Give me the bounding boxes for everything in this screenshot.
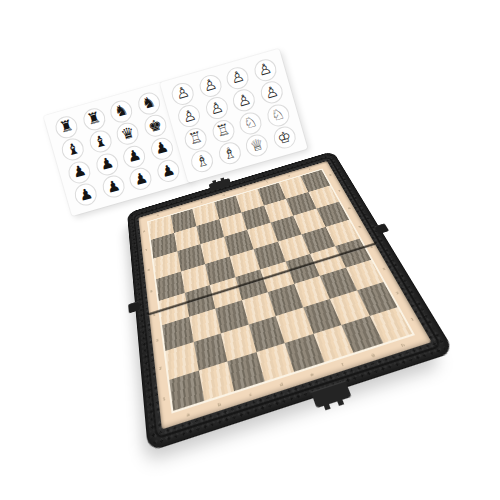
- black-knight-glyph: ♞: [113, 102, 130, 120]
- chessboard: abcdefgh abcdefgh 87654321 87654321: [127, 151, 455, 452]
- black-pawn-glyph: ♟: [132, 170, 149, 188]
- black-bishop-glyph: ♝: [92, 133, 109, 151]
- white-pawn-glyph: ♙: [174, 85, 191, 103]
- white-knight-glyph: ♘: [242, 114, 259, 132]
- white-bishop-glyph: ♗: [194, 152, 211, 170]
- white-queen-glyph: ♕: [249, 137, 266, 155]
- white-rook-glyph: ♖: [215, 122, 232, 140]
- white-rook-glyph: ♖: [187, 130, 204, 148]
- white-pawn-glyph: ♙: [208, 99, 225, 117]
- white-pawn-glyph: ♙: [229, 69, 246, 87]
- white-pieces-sticker-sheet: ♙♙♙♙♙♙♙♙♖♖♘♘♗♗♕♔: [160, 49, 308, 183]
- black-pawn-glyph: ♟: [77, 186, 94, 204]
- black-pawn-glyph: ♟: [105, 178, 122, 196]
- white-pawn-glyph: ♙: [257, 61, 274, 79]
- black-rook-glyph: ♜: [58, 118, 75, 136]
- white-pawn-glyph: ♙: [236, 91, 253, 109]
- black-pawn-token[interactable]: ♟: [155, 158, 182, 185]
- white-bishop-token[interactable]: ♗: [189, 148, 216, 175]
- black-pawn-glyph: ♟: [160, 162, 177, 180]
- white-pawn-glyph: ♙: [263, 84, 280, 102]
- black-pawn-token[interactable]: ♟: [100, 173, 127, 200]
- black-king-glyph: ♚: [147, 117, 164, 135]
- black-pawn-glyph: ♟: [153, 140, 170, 158]
- black-knight-glyph: ♞: [140, 94, 157, 112]
- black-pawn-glyph: ♟: [71, 163, 88, 181]
- black-pawn-token[interactable]: ♟: [127, 165, 154, 192]
- clasp-bottom: [311, 381, 352, 409]
- white-king-glyph: ♔: [276, 129, 293, 147]
- hinge-right: [374, 223, 389, 234]
- black-pawn-glyph: ♟: [126, 147, 143, 165]
- white-king-token[interactable]: ♔: [271, 124, 298, 151]
- white-knight-glyph: ♘: [270, 106, 287, 124]
- white-bishop-token[interactable]: ♗: [216, 140, 243, 167]
- black-pawn-token[interactable]: ♟: [72, 181, 99, 208]
- clasp-top: [209, 178, 232, 191]
- white-pawn-glyph: ♙: [181, 107, 198, 125]
- product-photo: ♜♜♞♞♝♝♛♚♟♟♟♟♟♟♟♟ ♙♙♙♙♙♙♙♙♖♖♘♘♗♗♕♔ abcdef…: [0, 0, 500, 500]
- board-surface: abcdefgh abcdefgh 87654321 87654321: [138, 161, 431, 429]
- white-queen-token[interactable]: ♕: [244, 132, 271, 159]
- hinge-left: [128, 301, 140, 314]
- black-pawn-glyph: ♟: [98, 155, 115, 173]
- white-bishop-glyph: ♗: [221, 144, 238, 162]
- black-queen-glyph: ♛: [119, 125, 136, 143]
- black-rook-glyph: ♜: [85, 110, 102, 128]
- white-pawn-glyph: ♙: [202, 77, 219, 95]
- black-bishop-glyph: ♝: [65, 141, 82, 159]
